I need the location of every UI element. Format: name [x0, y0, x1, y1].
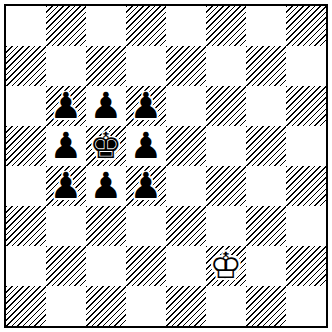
square-f8[interactable]: [206, 6, 246, 46]
square-e1[interactable]: [166, 286, 206, 326]
square-b3[interactable]: [46, 206, 86, 246]
square-d7[interactable]: [126, 46, 166, 86]
square-c7[interactable]: [86, 46, 126, 86]
square-h6[interactable]: [286, 86, 326, 126]
square-g7[interactable]: [246, 46, 286, 86]
white-king[interactable]: ♔: [206, 246, 246, 286]
square-b6[interactable]: ♟: [46, 86, 86, 126]
square-g2[interactable]: [246, 246, 286, 286]
black-king[interactable]: ♚: [86, 126, 126, 166]
square-b2[interactable]: [46, 246, 86, 286]
black-pawn[interactable]: ♟: [126, 126, 166, 166]
square-a4[interactable]: [6, 166, 46, 206]
square-h4[interactable]: [286, 166, 326, 206]
chessboard: ♟♟♟♟♚♟♟♟♟♚♔: [6, 6, 326, 326]
square-e6[interactable]: [166, 86, 206, 126]
square-h8[interactable]: [286, 6, 326, 46]
square-g6[interactable]: [246, 86, 286, 126]
square-h1[interactable]: [286, 286, 326, 326]
square-e8[interactable]: [166, 6, 206, 46]
square-a2[interactable]: [6, 246, 46, 286]
square-e5[interactable]: [166, 126, 206, 166]
square-d4[interactable]: ♟: [126, 166, 166, 206]
square-c2[interactable]: [86, 246, 126, 286]
square-c1[interactable]: [86, 286, 126, 326]
black-pawn[interactable]: ♟: [86, 86, 126, 126]
square-e7[interactable]: [166, 46, 206, 86]
square-g3[interactable]: [246, 206, 286, 246]
black-pawn[interactable]: ♟: [126, 166, 166, 206]
black-pawn[interactable]: ♟: [46, 126, 86, 166]
square-e2[interactable]: [166, 246, 206, 286]
square-c6[interactable]: ♟: [86, 86, 126, 126]
square-b1[interactable]: [46, 286, 86, 326]
square-f5[interactable]: [206, 126, 246, 166]
square-f4[interactable]: [206, 166, 246, 206]
square-e4[interactable]: [166, 166, 206, 206]
square-g4[interactable]: [246, 166, 286, 206]
square-e3[interactable]: [166, 206, 206, 246]
square-h7[interactable]: [286, 46, 326, 86]
square-h5[interactable]: [286, 126, 326, 166]
black-pawn[interactable]: ♟: [46, 166, 86, 206]
square-a6[interactable]: [6, 86, 46, 126]
square-g8[interactable]: [246, 6, 286, 46]
square-a1[interactable]: [6, 286, 46, 326]
square-d8[interactable]: [126, 6, 166, 46]
square-f2[interactable]: ♚♔: [206, 246, 246, 286]
square-a5[interactable]: [6, 126, 46, 166]
square-b4[interactable]: ♟: [46, 166, 86, 206]
square-c3[interactable]: [86, 206, 126, 246]
square-d5[interactable]: ♟: [126, 126, 166, 166]
square-h2[interactable]: [286, 246, 326, 286]
square-f6[interactable]: [206, 86, 246, 126]
square-c5[interactable]: ♚: [86, 126, 126, 166]
square-d1[interactable]: [126, 286, 166, 326]
black-pawn[interactable]: ♟: [46, 86, 86, 126]
square-a8[interactable]: [6, 6, 46, 46]
square-b7[interactable]: [46, 46, 86, 86]
chessboard-frame: ♟♟♟♟♚♟♟♟♟♚♔: [4, 4, 328, 328]
chess-diagram: ♟♟♟♟♚♟♟♟♟♚♔: [0, 0, 332, 332]
square-c8[interactable]: [86, 6, 126, 46]
square-f7[interactable]: [206, 46, 246, 86]
square-d6[interactable]: ♟: [126, 86, 166, 126]
square-b5[interactable]: ♟: [46, 126, 86, 166]
square-a3[interactable]: [6, 206, 46, 246]
square-b8[interactable]: [46, 6, 86, 46]
square-a7[interactable]: [6, 46, 46, 86]
square-d3[interactable]: [126, 206, 166, 246]
black-pawn[interactable]: ♟: [86, 166, 126, 206]
square-g1[interactable]: [246, 286, 286, 326]
square-g5[interactable]: [246, 126, 286, 166]
square-d2[interactable]: [126, 246, 166, 286]
black-pawn[interactable]: ♟: [126, 86, 166, 126]
square-h3[interactable]: [286, 206, 326, 246]
square-f1[interactable]: [206, 286, 246, 326]
square-f3[interactable]: [206, 206, 246, 246]
square-c4[interactable]: ♟: [86, 166, 126, 206]
